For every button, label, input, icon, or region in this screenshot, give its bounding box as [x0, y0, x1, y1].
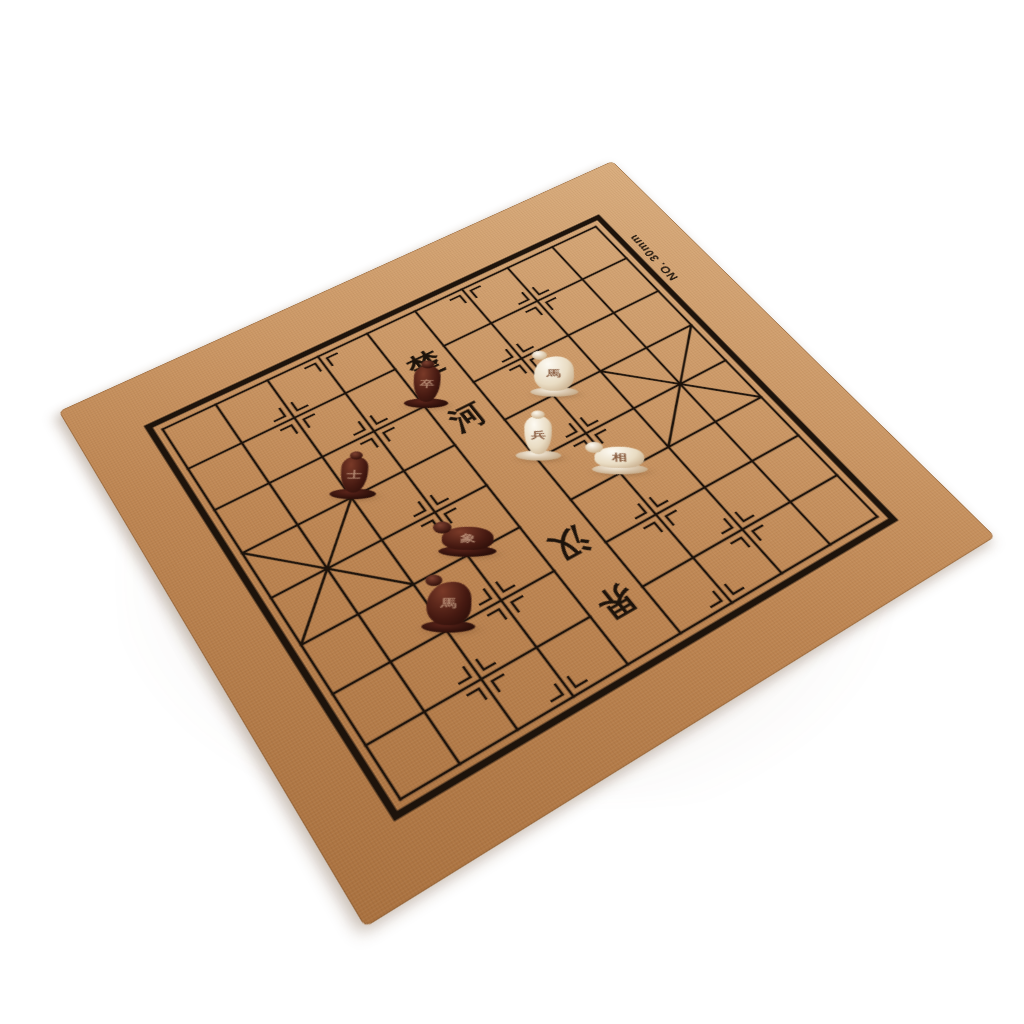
xiangqi-board-cloth: 楚河汉界NO. 30mm 馬相兵卒象士馬: [59, 161, 996, 927]
point-marker: [291, 397, 308, 410]
point-marker: [450, 296, 466, 308]
file-line: [333, 571, 555, 694]
piece-dark-soldier[interactable]: 卒: [399, 354, 455, 409]
point-marker: [581, 412, 599, 426]
river-character: 界: [589, 577, 646, 626]
palace-diagonals: [242, 325, 761, 645]
point-marker: [431, 489, 449, 504]
piece-glyph: 相: [612, 453, 627, 462]
point-marker: [472, 589, 491, 605]
point-marker: [467, 689, 487, 707]
point-marker: [496, 575, 515, 591]
point-marker: [650, 491, 668, 506]
piece-cream-horse[interactable]: 馬: [524, 344, 584, 398]
point-marker: [304, 414, 321, 428]
point-marker: [627, 504, 646, 519]
file-line: [301, 527, 520, 645]
point-marker: [644, 523, 663, 538]
point-marker: [533, 283, 549, 295]
point-marker: [492, 674, 512, 692]
point-marker: [280, 425, 297, 439]
point-marker: [526, 308, 543, 320]
piece-glyph: 兵: [531, 431, 546, 440]
river-character: 汉: [542, 520, 598, 567]
point-marker: [370, 410, 387, 424]
point-marker: [304, 364, 321, 377]
point-marker: [407, 501, 425, 516]
point-marker: [546, 298, 563, 310]
point-marker: [496, 349, 513, 362]
piece-head: [532, 351, 547, 360]
point-marker: [476, 652, 496, 669]
point-marker: [543, 684, 563, 702]
point-marker: [451, 666, 471, 684]
point-marker: [268, 408, 285, 422]
point-marker: [383, 427, 400, 441]
point-marker: [725, 578, 744, 594]
point-marker: [512, 596, 531, 612]
point-marker: [567, 669, 587, 687]
point-marker: [702, 591, 721, 607]
product-photo-scene: 楚河汉界NO. 30mm 馬相兵卒象士馬: [0, 0, 1024, 1024]
point-marker: [666, 510, 685, 525]
point-marker: [487, 609, 506, 626]
point-marker: [731, 538, 750, 554]
point-marker: [753, 525, 772, 540]
file-line: [271, 485, 487, 598]
piece-head: [531, 410, 545, 418]
file-line: [444, 258, 627, 346]
rank-line: [552, 247, 830, 545]
point-marker: [471, 286, 487, 298]
point-marker: [421, 520, 439, 535]
point-marker: [735, 506, 754, 521]
point-marker: [512, 292, 528, 304]
piece-glyph: 卒: [420, 380, 435, 389]
piece-head: [585, 442, 603, 453]
piece-cream-elephant[interactable]: 相: [583, 434, 657, 475]
point-marker: [713, 518, 732, 533]
piece-cream-soldier[interactable]: 兵: [511, 403, 567, 461]
piece-glyph: 士: [346, 470, 362, 480]
palace-diagonal: [600, 325, 761, 447]
piece-head: [349, 451, 363, 459]
piece-glyph: 馬: [547, 369, 561, 378]
file-line: [366, 617, 591, 746]
point-marker: [327, 353, 344, 366]
point-marker: [347, 421, 364, 435]
